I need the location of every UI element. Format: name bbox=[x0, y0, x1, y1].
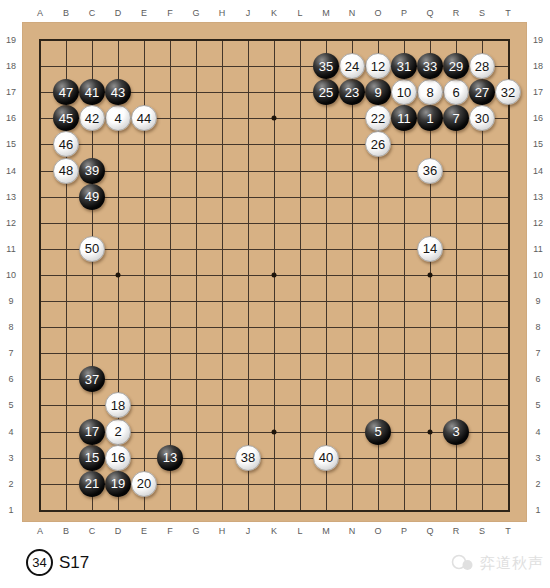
col-label-bottom-B: B bbox=[63, 526, 69, 536]
go-board[interactable] bbox=[22, 22, 527, 522]
row-label-left-14: 14 bbox=[6, 166, 16, 176]
row-label-left-10: 10 bbox=[6, 270, 16, 280]
col-label-bottom-T: T bbox=[505, 526, 511, 536]
col-label-top-P: P bbox=[401, 8, 407, 18]
row-label-left-16: 16 bbox=[6, 113, 16, 123]
row-label-left-9: 9 bbox=[8, 296, 13, 306]
row-label-left-4: 4 bbox=[8, 427, 13, 437]
row-label-right-4: 4 bbox=[535, 427, 540, 437]
col-label-top-Q: Q bbox=[426, 8, 433, 18]
row-label-right-5: 5 bbox=[535, 400, 540, 410]
row-label-left-1: 1 bbox=[8, 505, 13, 515]
row-label-right-16: 16 bbox=[533, 113, 543, 123]
row-label-left-13: 13 bbox=[6, 192, 16, 202]
row-label-left-17: 17 bbox=[6, 87, 16, 97]
col-label-top-K: K bbox=[271, 8, 277, 18]
col-label-top-L: L bbox=[297, 8, 302, 18]
col-label-bottom-D: D bbox=[115, 526, 122, 536]
row-label-right-3: 3 bbox=[535, 453, 540, 463]
col-label-bottom-J: J bbox=[246, 526, 251, 536]
col-label-top-O: O bbox=[374, 8, 381, 18]
row-label-right-12: 12 bbox=[533, 218, 543, 228]
col-label-top-J: J bbox=[246, 8, 251, 18]
col-label-top-T: T bbox=[505, 8, 511, 18]
row-label-left-12: 12 bbox=[6, 218, 16, 228]
row-label-right-19: 19 bbox=[533, 35, 543, 45]
go-diagram-page: AABBCCDDEEFFGGHHJJKKLLMMNNOOPPQQRRSSTT19… bbox=[0, 0, 550, 588]
move-annotation: 34 S17 bbox=[26, 549, 89, 576]
col-label-bottom-K: K bbox=[271, 526, 277, 536]
col-label-top-R: R bbox=[453, 8, 460, 18]
watermark: 弈道秋声 bbox=[451, 553, 544, 573]
row-label-left-19: 19 bbox=[6, 35, 16, 45]
white-stone-34-marker: 34 bbox=[26, 549, 53, 576]
row-label-left-11: 11 bbox=[6, 244, 15, 254]
row-label-right-1: 1 bbox=[535, 505, 540, 515]
col-label-bottom-E: E bbox=[141, 526, 147, 536]
col-label-bottom-F: F bbox=[167, 526, 173, 536]
col-label-bottom-Q: Q bbox=[426, 526, 433, 536]
col-label-bottom-C: C bbox=[89, 526, 96, 536]
col-label-bottom-A: A bbox=[37, 526, 43, 536]
row-label-right-14: 14 bbox=[533, 166, 543, 176]
col-label-bottom-L: L bbox=[297, 526, 302, 536]
col-label-bottom-P: P bbox=[401, 526, 407, 536]
row-label-right-2: 2 bbox=[535, 479, 540, 489]
col-label-bottom-N: N bbox=[349, 526, 356, 536]
col-label-top-B: B bbox=[63, 8, 69, 18]
col-label-bottom-H: H bbox=[219, 526, 226, 536]
col-label-bottom-G: G bbox=[192, 526, 199, 536]
row-label-left-7: 7 bbox=[8, 348, 13, 358]
row-label-left-6: 6 bbox=[8, 374, 13, 384]
col-label-bottom-S: S bbox=[479, 526, 485, 536]
col-label-bottom-R: R bbox=[453, 526, 460, 536]
row-label-right-18: 18 bbox=[533, 61, 543, 71]
row-label-left-15: 15 bbox=[6, 139, 16, 149]
row-label-right-13: 13 bbox=[533, 192, 543, 202]
col-label-bottom-O: O bbox=[374, 526, 381, 536]
row-label-left-8: 8 bbox=[8, 322, 13, 332]
row-label-left-2: 2 bbox=[8, 479, 13, 489]
row-label-right-11: 11 bbox=[533, 244, 542, 254]
col-label-top-N: N bbox=[349, 8, 356, 18]
move-34-point-label: S17 bbox=[59, 553, 89, 573]
watermark-text: 弈道秋声 bbox=[480, 554, 544, 573]
col-label-top-S: S bbox=[479, 8, 485, 18]
row-label-left-18: 18 bbox=[6, 61, 16, 71]
row-label-right-9: 9 bbox=[535, 296, 540, 306]
row-label-left-5: 5 bbox=[8, 400, 13, 410]
col-label-top-M: M bbox=[322, 8, 330, 18]
row-label-right-8: 8 bbox=[535, 322, 540, 332]
col-label-top-G: G bbox=[192, 8, 199, 18]
watermark-stones-icon bbox=[451, 553, 475, 573]
row-label-right-7: 7 bbox=[535, 348, 540, 358]
row-label-right-6: 6 bbox=[535, 374, 540, 384]
row-label-left-3: 3 bbox=[8, 453, 13, 463]
row-label-right-15: 15 bbox=[533, 139, 543, 149]
col-label-top-C: C bbox=[89, 8, 96, 18]
row-label-right-10: 10 bbox=[533, 270, 543, 280]
col-label-bottom-M: M bbox=[322, 526, 330, 536]
col-label-top-E: E bbox=[141, 8, 147, 18]
row-label-right-17: 17 bbox=[533, 87, 543, 97]
col-label-top-D: D bbox=[115, 8, 122, 18]
col-label-top-H: H bbox=[219, 8, 226, 18]
col-label-top-A: A bbox=[37, 8, 43, 18]
col-label-top-F: F bbox=[167, 8, 173, 18]
